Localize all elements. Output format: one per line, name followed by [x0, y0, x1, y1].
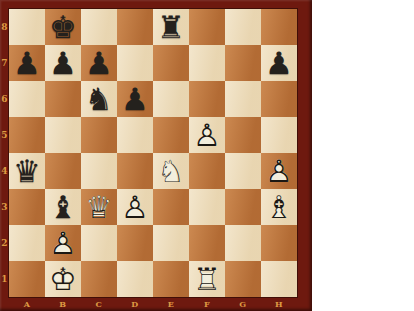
- rank-label-4: 4: [0, 167, 9, 176]
- rank-label-6: 6: [0, 95, 9, 104]
- square-d3[interactable]: ♟♙: [117, 189, 153, 225]
- square-d4[interactable]: [117, 153, 153, 189]
- square-f7[interactable]: [189, 45, 225, 81]
- square-a4[interactable]: ♛: [9, 153, 45, 189]
- rank-label-5: 5: [0, 131, 9, 140]
- file-label-g: G: [225, 300, 261, 309]
- square-e7[interactable]: [153, 45, 189, 81]
- piece-wP-d3[interactable]: ♟♙: [117, 189, 153, 225]
- piece-wP-f5[interactable]: ♟♙: [189, 117, 225, 153]
- square-h2[interactable]: [261, 225, 297, 261]
- square-e1[interactable]: [153, 261, 189, 297]
- piece-bP-c7[interactable]: ♟: [81, 45, 117, 81]
- square-c2[interactable]: [81, 225, 117, 261]
- piece-wB-h3[interactable]: ♝♗: [261, 189, 297, 225]
- square-e8[interactable]: ♜: [153, 9, 189, 45]
- square-h4[interactable]: ♟♙: [261, 153, 297, 189]
- square-c1[interactable]: [81, 261, 117, 297]
- square-b1[interactable]: ♚♔: [45, 261, 81, 297]
- square-f6[interactable]: [189, 81, 225, 117]
- square-e3[interactable]: [153, 189, 189, 225]
- square-b2[interactable]: ♟♙: [45, 225, 81, 261]
- square-d1[interactable]: [117, 261, 153, 297]
- square-g5[interactable]: [225, 117, 261, 153]
- piece-bP-d6[interactable]: ♟: [117, 81, 153, 117]
- rank-label-3: 3: [0, 203, 9, 212]
- square-h3[interactable]: ♝♗: [261, 189, 297, 225]
- chess-board-frame: ♚♜♟♟♟♟♞♟♟♙♛♞♘♟♙♝♛♕♟♙♝♗♟♙♚♔♜♖ 87654321ABC…: [0, 0, 312, 311]
- square-e4[interactable]: ♞♘: [153, 153, 189, 189]
- square-a2[interactable]: [9, 225, 45, 261]
- square-d7[interactable]: [117, 45, 153, 81]
- square-g8[interactable]: [225, 9, 261, 45]
- square-b7[interactable]: ♟: [45, 45, 81, 81]
- square-c8[interactable]: [81, 9, 117, 45]
- square-d8[interactable]: [117, 9, 153, 45]
- piece-wP-h4[interactable]: ♟♙: [261, 153, 297, 189]
- rank-label-1: 1: [0, 275, 9, 284]
- square-c7[interactable]: ♟: [81, 45, 117, 81]
- square-h8[interactable]: [261, 9, 297, 45]
- square-b3[interactable]: ♝: [45, 189, 81, 225]
- square-c6[interactable]: ♞: [81, 81, 117, 117]
- square-b5[interactable]: [45, 117, 81, 153]
- square-b4[interactable]: [45, 153, 81, 189]
- piece-wR-f1[interactable]: ♜♖: [189, 261, 225, 297]
- chess-board: ♚♜♟♟♟♟♞♟♟♙♛♞♘♟♙♝♛♕♟♙♝♗♟♙♚♔♜♖: [9, 9, 297, 297]
- piece-wP-b2[interactable]: ♟♙: [45, 225, 81, 261]
- square-g3[interactable]: [225, 189, 261, 225]
- piece-bK-b8[interactable]: ♚: [45, 9, 81, 45]
- file-label-b: B: [45, 300, 81, 309]
- square-f3[interactable]: [189, 189, 225, 225]
- piece-bP-a7[interactable]: ♟: [9, 45, 45, 81]
- file-label-e: E: [153, 300, 189, 309]
- piece-wN-e4[interactable]: ♞♘: [153, 153, 189, 189]
- square-a6[interactable]: [9, 81, 45, 117]
- piece-bB-b3[interactable]: ♝: [45, 189, 81, 225]
- square-h6[interactable]: [261, 81, 297, 117]
- square-c3[interactable]: ♛♕: [81, 189, 117, 225]
- square-d5[interactable]: [117, 117, 153, 153]
- piece-bQ-a4[interactable]: ♛: [9, 153, 45, 189]
- rank-label-8: 8: [0, 23, 9, 32]
- square-g4[interactable]: [225, 153, 261, 189]
- square-d6[interactable]: ♟: [117, 81, 153, 117]
- square-c4[interactable]: [81, 153, 117, 189]
- square-h5[interactable]: [261, 117, 297, 153]
- square-h1[interactable]: [261, 261, 297, 297]
- square-b8[interactable]: ♚: [45, 9, 81, 45]
- square-g2[interactable]: [225, 225, 261, 261]
- square-f8[interactable]: [189, 9, 225, 45]
- square-a3[interactable]: [9, 189, 45, 225]
- square-e6[interactable]: [153, 81, 189, 117]
- piece-bR-e8[interactable]: ♜: [153, 9, 189, 45]
- square-d2[interactable]: [117, 225, 153, 261]
- square-g1[interactable]: [225, 261, 261, 297]
- square-f2[interactable]: [189, 225, 225, 261]
- rank-label-7: 7: [0, 59, 9, 68]
- square-a1[interactable]: [9, 261, 45, 297]
- square-f4[interactable]: [189, 153, 225, 189]
- file-label-a: A: [9, 300, 45, 309]
- file-label-h: H: [261, 300, 297, 309]
- file-label-c: C: [81, 300, 117, 309]
- square-g7[interactable]: [225, 45, 261, 81]
- square-f5[interactable]: ♟♙: [189, 117, 225, 153]
- file-label-d: D: [117, 300, 153, 309]
- square-h7[interactable]: ♟: [261, 45, 297, 81]
- square-a7[interactable]: ♟: [9, 45, 45, 81]
- square-c5[interactable]: [81, 117, 117, 153]
- piece-wQ-c3[interactable]: ♛♕: [81, 189, 117, 225]
- square-g6[interactable]: [225, 81, 261, 117]
- piece-bP-b7[interactable]: ♟: [45, 45, 81, 81]
- rank-label-2: 2: [0, 239, 9, 248]
- square-a8[interactable]: [9, 9, 45, 45]
- square-b6[interactable]: [45, 81, 81, 117]
- piece-bN-c6[interactable]: ♞: [81, 81, 117, 117]
- square-e2[interactable]: [153, 225, 189, 261]
- piece-bP-h7[interactable]: ♟: [261, 45, 297, 81]
- square-e5[interactable]: [153, 117, 189, 153]
- square-f1[interactable]: ♜♖: [189, 261, 225, 297]
- piece-wK-b1[interactable]: ♚♔: [45, 261, 81, 297]
- file-label-f: F: [189, 300, 225, 309]
- square-a5[interactable]: [9, 117, 45, 153]
